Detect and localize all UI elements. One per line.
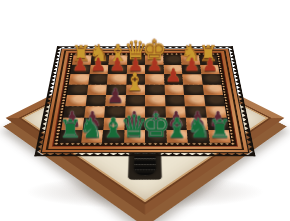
square-e1[interactable]: ♚ bbox=[145, 130, 166, 143]
gold-pawn[interactable]: ♟ bbox=[72, 56, 88, 74]
square-h4[interactable] bbox=[204, 95, 225, 106]
green-knight[interactable]: ♞ bbox=[186, 115, 211, 142]
square-g4[interactable] bbox=[184, 95, 205, 106]
green-pawn[interactable]: ♟ bbox=[106, 86, 123, 105]
square-a5[interactable] bbox=[67, 84, 88, 95]
square-h7[interactable]: ♟ bbox=[200, 65, 220, 75]
square-b1[interactable]: ♞ bbox=[81, 130, 104, 143]
square-e6[interactable] bbox=[145, 74, 164, 84]
square-f5[interactable] bbox=[164, 84, 184, 95]
green-rook[interactable]: ♜ bbox=[209, 117, 232, 142]
square-f1[interactable]: ♝ bbox=[166, 130, 188, 143]
gold-bishop[interactable]: ♝ bbox=[124, 69, 146, 94]
square-g1[interactable]: ♞ bbox=[187, 130, 210, 143]
square-a6[interactable] bbox=[69, 74, 89, 84]
square-h5[interactable] bbox=[202, 84, 223, 95]
square-g7[interactable]: ♟ bbox=[182, 65, 201, 75]
square-b7[interactable]: ♟ bbox=[89, 65, 108, 75]
chess-board: ♜♞♝♛♚♞♜♟♟♟♟♟♟♟♟♝♟♟♟♟♟♟♟♟♜♞♝♛♚♝♞♜ bbox=[58, 55, 232, 144]
square-d4[interactable] bbox=[125, 95, 145, 106]
board-assembly: ♜♞♝♛♚♞♜♟♟♟♟♟♟♟♟♝♟♟♟♟♟♟♟♟♜♞♝♛♚♝♞♜ bbox=[34, 46, 255, 156]
square-h1[interactable]: ♜ bbox=[208, 130, 231, 143]
square-e5[interactable] bbox=[145, 84, 165, 95]
square-d5[interactable]: ♝ bbox=[126, 84, 146, 95]
scene: ♜♞♝♛♚♞♜♟♟♟♟♟♟♟♟♝♟♟♟♟♟♟♟♟♜♞♝♛♚♝♞♜ bbox=[0, 0, 290, 221]
gold-pawn[interactable]: ♟ bbox=[90, 56, 106, 74]
gold-pawn[interactable]: ♟ bbox=[183, 56, 199, 74]
square-f6[interactable]: ♟ bbox=[164, 74, 183, 84]
board-edge-trim bbox=[34, 153, 255, 157]
gold-pawn[interactable]: ♟ bbox=[202, 56, 218, 74]
square-h6[interactable] bbox=[201, 74, 221, 84]
chess-set-photo: ♜♞♝♛♚♞♜♟♟♟♟♟♟♟♟♝♟♟♟♟♟♟♟♟♜♞♝♛♚♝♞♜ bbox=[0, 0, 290, 221]
square-a4[interactable] bbox=[65, 95, 86, 106]
square-b4[interactable] bbox=[85, 95, 106, 106]
square-g6[interactable] bbox=[182, 74, 202, 84]
square-c4[interactable]: ♟ bbox=[105, 95, 125, 106]
square-a7[interactable]: ♟ bbox=[70, 65, 90, 75]
square-f4[interactable] bbox=[165, 95, 185, 106]
gold-pawn[interactable]: ♟ bbox=[165, 65, 182, 84]
square-b5[interactable] bbox=[87, 84, 107, 95]
square-g5[interactable] bbox=[183, 84, 203, 95]
gold-pawn[interactable]: ♟ bbox=[109, 56, 125, 74]
board-frame: ♜♞♝♛♚♞♜♟♟♟♟♟♟♟♟♝♟♟♟♟♟♟♟♟♜♞♝♛♚♝♞♜ bbox=[41, 48, 250, 153]
square-e7[interactable]: ♟ bbox=[145, 65, 164, 75]
square-e4[interactable] bbox=[145, 95, 165, 106]
gold-pawn[interactable]: ♟ bbox=[146, 56, 162, 74]
square-b6[interactable] bbox=[88, 74, 108, 84]
